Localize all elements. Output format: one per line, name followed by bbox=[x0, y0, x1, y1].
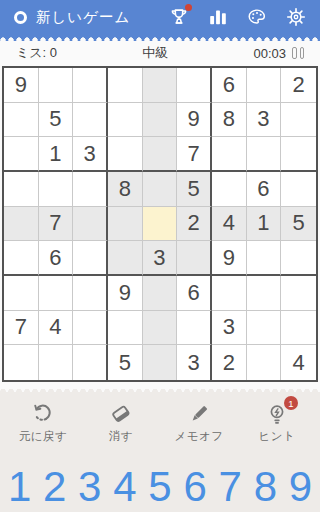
cell-r7c8[interactable] bbox=[247, 276, 282, 311]
number-pad: 123456789 bbox=[0, 446, 320, 512]
cell-r4c5[interactable] bbox=[143, 172, 178, 207]
cell-r2c8[interactable]: 3 bbox=[247, 103, 282, 138]
topbar-icon-group bbox=[167, 5, 308, 29]
cell-r9c6[interactable]: 3 bbox=[177, 345, 212, 380]
cell-r3c4[interactable] bbox=[108, 137, 143, 172]
cell-r8c9[interactable] bbox=[281, 311, 316, 346]
cell-r4c4[interactable]: 8 bbox=[108, 172, 143, 207]
sudoku-board[interactable]: 962598313785672415639967435324 bbox=[2, 66, 318, 382]
cell-r4c7[interactable] bbox=[212, 172, 247, 207]
cell-r7c2[interactable] bbox=[39, 276, 74, 311]
pause-icon bbox=[300, 47, 305, 59]
cell-r8c7[interactable]: 3 bbox=[212, 311, 247, 346]
cell-r5c4[interactable] bbox=[108, 207, 143, 242]
cell-r8c8[interactable] bbox=[247, 311, 282, 346]
timer: 00:03 bbox=[253, 46, 286, 61]
cell-r7c6[interactable]: 6 bbox=[177, 276, 212, 311]
cell-r7c5[interactable] bbox=[143, 276, 178, 311]
cell-r2c3[interactable] bbox=[73, 103, 108, 138]
cell-r1c2[interactable] bbox=[39, 68, 74, 103]
cell-r8c5[interactable] bbox=[143, 311, 178, 346]
cell-r2c6[interactable]: 9 bbox=[177, 103, 212, 138]
numpad-key-4[interactable]: 4 bbox=[107, 466, 142, 508]
cell-r8c4[interactable] bbox=[108, 311, 143, 346]
cell-r9c9[interactable]: 4 bbox=[281, 345, 316, 380]
cell-r6c8[interactable] bbox=[247, 241, 282, 276]
cell-r5c7[interactable]: 4 bbox=[212, 207, 247, 242]
cell-r1c9[interactable]: 2 bbox=[281, 68, 316, 103]
cell-r2c1[interactable] bbox=[4, 103, 39, 138]
settings-button[interactable] bbox=[284, 5, 308, 29]
cell-r9c3[interactable] bbox=[73, 345, 108, 380]
erase-button[interactable]: 消す bbox=[91, 401, 151, 444]
eraser-icon bbox=[109, 402, 133, 426]
cell-r6c1[interactable] bbox=[4, 241, 39, 276]
hint-label: ヒント bbox=[259, 429, 296, 444]
cell-r1c4[interactable] bbox=[108, 68, 143, 103]
cell-r6c5[interactable]: 3 bbox=[143, 241, 178, 276]
cell-r1c7[interactable]: 6 bbox=[212, 68, 247, 103]
statistics-button[interactable] bbox=[206, 5, 230, 29]
gear-icon bbox=[285, 6, 307, 28]
undo-icon bbox=[31, 402, 55, 426]
cell-r9c5[interactable] bbox=[143, 345, 178, 380]
record-icon bbox=[14, 11, 27, 24]
cell-r3c2[interactable]: 1 bbox=[39, 137, 74, 172]
cell-r2c7[interactable]: 8 bbox=[212, 103, 247, 138]
cell-r1c1[interactable]: 9 bbox=[4, 68, 39, 103]
top-app-bar: 新しいゲーム bbox=[0, 0, 320, 34]
cell-r2c2[interactable]: 5 bbox=[39, 103, 74, 138]
action-toolbar: 元に戻す 消す メモオフ bbox=[0, 392, 320, 446]
bar-chart-icon bbox=[207, 6, 229, 28]
numpad-key-5[interactable]: 5 bbox=[142, 466, 177, 508]
theme-button[interactable] bbox=[245, 5, 269, 29]
cell-r1c6[interactable] bbox=[177, 68, 212, 103]
cell-r3c5[interactable] bbox=[143, 137, 178, 172]
cell-r5c1[interactable] bbox=[4, 207, 39, 242]
cell-r7c7[interactable] bbox=[212, 276, 247, 311]
hint-button[interactable]: 1 ヒント bbox=[247, 401, 307, 444]
difficulty-label: 中級 bbox=[142, 44, 168, 62]
cell-r3c3[interactable]: 3 bbox=[73, 137, 108, 172]
cell-r9c8[interactable] bbox=[247, 345, 282, 380]
cell-r5c3[interactable] bbox=[73, 207, 108, 242]
cell-r7c4[interactable]: 9 bbox=[108, 276, 143, 311]
numpad-key-2[interactable]: 2 bbox=[37, 466, 72, 508]
erase-label: 消す bbox=[109, 429, 133, 444]
cell-r3c8[interactable] bbox=[247, 137, 282, 172]
cell-r5c8[interactable]: 1 bbox=[247, 207, 282, 242]
trophy-button[interactable] bbox=[167, 5, 191, 29]
numpad-key-8[interactable]: 8 bbox=[248, 466, 283, 508]
notification-dot bbox=[185, 4, 192, 11]
cell-r6c3[interactable] bbox=[73, 241, 108, 276]
cell-r6c9[interactable] bbox=[281, 241, 316, 276]
mistakes-counter: ミス: 0 bbox=[16, 44, 57, 62]
cell-r9c1[interactable] bbox=[4, 345, 39, 380]
cell-r4c3[interactable] bbox=[73, 172, 108, 207]
cell-r6c7[interactable]: 9 bbox=[212, 241, 247, 276]
cell-r5c6[interactable]: 2 bbox=[177, 207, 212, 242]
numpad-key-6[interactable]: 6 bbox=[178, 466, 213, 508]
status-bar: ミス: 0 中級 00:03 bbox=[0, 41, 320, 65]
cell-r3c7[interactable] bbox=[212, 137, 247, 172]
numpad-key-1[interactable]: 1 bbox=[2, 466, 37, 508]
cell-r9c2[interactable] bbox=[39, 345, 74, 380]
cell-r6c6[interactable] bbox=[177, 241, 212, 276]
memo-button[interactable]: メモオフ bbox=[169, 401, 229, 444]
new-game-button[interactable]: 新しいゲーム bbox=[14, 8, 130, 27]
pause-button[interactable] bbox=[292, 47, 304, 59]
cell-r1c8[interactable] bbox=[247, 68, 282, 103]
new-game-label: 新しいゲーム bbox=[36, 8, 130, 27]
cell-r3c9[interactable] bbox=[281, 137, 316, 172]
pencil-icon bbox=[187, 402, 211, 426]
undo-label: 元に戻す bbox=[19, 429, 68, 444]
cell-r8c2[interactable]: 4 bbox=[39, 311, 74, 346]
cell-r4c9[interactable] bbox=[281, 172, 316, 207]
memo-label: メモオフ bbox=[174, 429, 223, 444]
cell-r2c9[interactable] bbox=[281, 103, 316, 138]
cell-r2c4[interactable] bbox=[108, 103, 143, 138]
cell-r5c5[interactable] bbox=[143, 207, 178, 242]
cell-r7c3[interactable] bbox=[73, 276, 108, 311]
cell-r6c2[interactable]: 6 bbox=[39, 241, 74, 276]
cell-r7c9[interactable] bbox=[281, 276, 316, 311]
cell-r6c4[interactable] bbox=[108, 241, 143, 276]
cell-r5c9[interactable]: 5 bbox=[281, 207, 316, 242]
numpad-key-9[interactable]: 9 bbox=[283, 466, 318, 508]
cell-r7c1[interactable] bbox=[4, 276, 39, 311]
hint-count-badge: 1 bbox=[284, 396, 298, 410]
cell-r4c6[interactable]: 5 bbox=[177, 172, 212, 207]
cell-r4c8[interactable]: 6 bbox=[247, 172, 282, 207]
cell-r4c2[interactable] bbox=[39, 172, 74, 207]
cell-r1c3[interactable] bbox=[73, 68, 108, 103]
cell-r9c4[interactable]: 5 bbox=[108, 345, 143, 380]
undo-button[interactable]: 元に戻す bbox=[13, 401, 73, 444]
perforated-edge-bottom bbox=[0, 385, 320, 392]
numpad-key-3[interactable]: 3 bbox=[72, 466, 107, 508]
cell-r9c7[interactable]: 2 bbox=[212, 345, 247, 380]
numpad-key-7[interactable]: 7 bbox=[213, 466, 248, 508]
palette-icon bbox=[246, 6, 268, 28]
cell-r4c1[interactable] bbox=[4, 172, 39, 207]
cell-r8c3[interactable] bbox=[73, 311, 108, 346]
cell-r8c6[interactable] bbox=[177, 311, 212, 346]
cell-r3c6[interactable]: 7 bbox=[177, 137, 212, 172]
pause-icon bbox=[292, 47, 297, 59]
cell-r8c1[interactable]: 7 bbox=[4, 311, 39, 346]
perforated-edge-top bbox=[0, 34, 320, 41]
cell-r3c1[interactable] bbox=[4, 137, 39, 172]
cell-r5c2[interactable]: 7 bbox=[39, 207, 74, 242]
cell-r1c5[interactable] bbox=[143, 68, 178, 103]
cell-r2c5[interactable] bbox=[143, 103, 178, 138]
